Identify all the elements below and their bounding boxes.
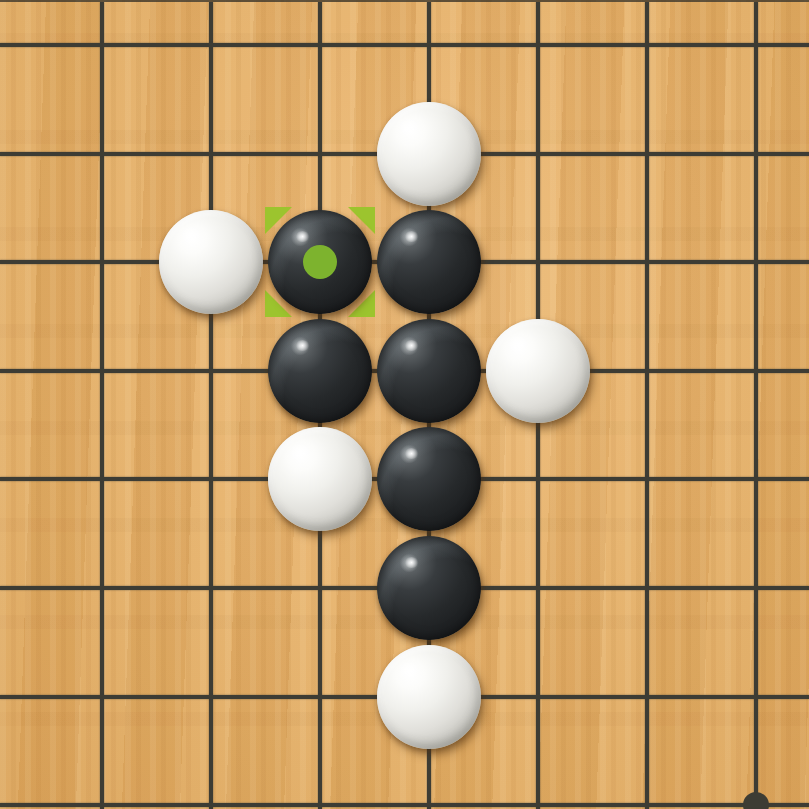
- go-board[interactable]: [0, 0, 809, 809]
- stone-black[interactable]: [268, 319, 372, 423]
- stone-black[interactable]: [377, 536, 481, 640]
- last-move-dot: [303, 245, 337, 279]
- stone-white[interactable]: [268, 427, 372, 531]
- grid-line-vertical: [209, 2, 213, 809]
- stone-black[interactable]: [377, 210, 481, 314]
- grid-line-vertical: [645, 2, 649, 809]
- stone-white[interactable]: [377, 645, 481, 749]
- grid-line-vertical: [754, 2, 758, 809]
- stone-black[interactable]: [377, 427, 481, 531]
- star-point: [743, 792, 769, 809]
- grid-line-horizontal: [0, 43, 809, 47]
- grid-line-vertical: [100, 2, 104, 809]
- stone-white[interactable]: [377, 102, 481, 206]
- stone-white[interactable]: [159, 210, 263, 314]
- grid-line-horizontal: [0, 803, 809, 807]
- stone-black[interactable]: [377, 319, 481, 423]
- stone-white[interactable]: [486, 319, 590, 423]
